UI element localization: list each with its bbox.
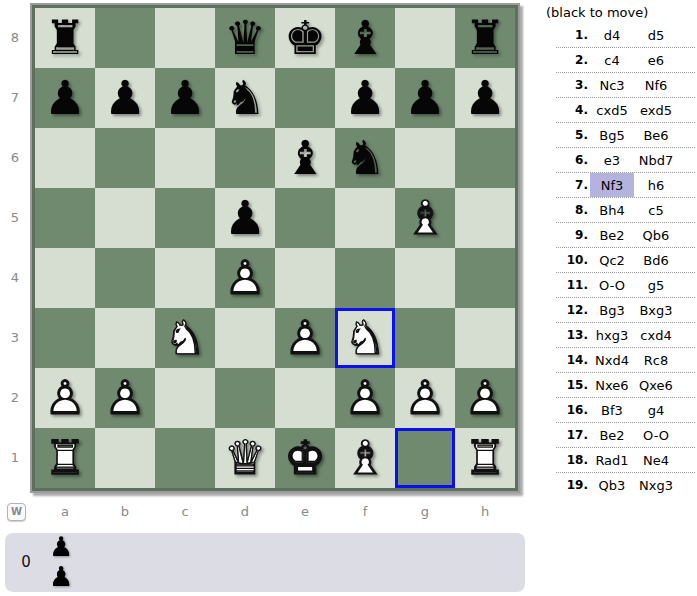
square-d4[interactable]: ♟♙ [215,248,275,308]
square-c2[interactable] [155,368,215,428]
file-label-a: a [35,503,95,521]
captured-white-pawn-icon: ♟♙ [43,562,79,592]
square-g7[interactable]: ♟ [395,68,455,128]
piece-white-rook-h1[interactable]: ♜♖ [455,428,515,488]
square-h7[interactable]: ♟ [455,68,515,128]
move-black-14[interactable]: Rc8 [636,348,676,372]
piece-white-pawn-d4[interactable]: ♟♙ [215,248,275,308]
square-d5[interactable]: ♟ [215,188,275,248]
square-h2[interactable]: ♟♙ [455,368,515,428]
move-number: 19. [556,473,588,497]
square-h4[interactable] [455,248,515,308]
square-h6[interactable] [455,128,515,188]
piece-white-pawn-a2[interactable]: ♟♙ [35,368,95,428]
square-c7[interactable]: ♟ [155,68,215,128]
move-row-3: 3.Nc3Nf6 [556,73,695,98]
piece-black-knight-d7[interactable]: ♞ [215,68,275,128]
square-d2[interactable] [215,368,275,428]
move-number: 7. [556,173,588,197]
square-a1[interactable]: ♜♖ [35,428,95,488]
move-number: 11. [556,273,588,297]
square-e8[interactable]: ♚ [275,8,335,68]
move-list: 1.d4d52.c4e63.Nc3Nf64.cxd5exd55.Bg5Be66.… [556,23,695,497]
move-row-16: 16.Bf3g4 [556,398,695,423]
rank-label-1: 1 [2,428,28,488]
move-white-17[interactable]: Be2 [590,423,634,447]
move-number: 8. [556,198,588,222]
piece-white-queen-d1[interactable]: ♛♕ [215,428,275,488]
move-black-13[interactable]: cxd4 [636,323,676,347]
square-a5[interactable] [35,188,95,248]
move-black-19[interactable]: Nxg3 [636,473,676,497]
piece-white-bishop-f1[interactable]: ♝♗ [335,428,395,488]
move-white-7[interactable]: Nf3 [590,173,634,197]
square-c3[interactable]: ♞♘ [155,308,215,368]
move-row-15: 15.Nxe6Qxe6 [556,373,695,398]
file-label-b: b [95,503,155,521]
rank-label-5: 5 [2,188,28,248]
square-h8[interactable]: ♜ [455,8,515,68]
move-number: 10. [556,248,588,272]
move-number: 6. [556,148,588,172]
square-d1[interactable]: ♛♕ [215,428,275,488]
file-label-d: d [215,503,275,521]
piece-black-pawn-h7[interactable]: ♟ [455,68,515,128]
move-black-2[interactable]: e6 [636,48,676,72]
square-f6[interactable]: ♞ [335,128,395,188]
board-frame: ♜♛♚♝♜♟♟♟♞♟♟♟♝♞♟♝♗♟♙♞♘♟♙♞♘♟♙♟♙♟♙♟♙♟♙♜♖♛♕♚… [30,3,520,493]
square-g6[interactable] [395,128,455,188]
material-score: 0 [15,553,37,571]
rank-label-8: 8 [2,8,28,68]
square-a2[interactable]: ♟♙ [35,368,95,428]
square-g1[interactable] [395,428,455,488]
piece-black-pawn-g7[interactable]: ♟ [395,68,455,128]
piece-white-pawn-h2[interactable]: ♟♙ [455,368,515,428]
move-black-9[interactable]: Qb6 [636,223,676,247]
piece-white-king-e1[interactable]: ♚♔ [275,428,335,488]
move-row-8: 8.Bh4c5 [556,198,695,223]
square-b6[interactable] [95,128,155,188]
square-d3[interactable] [215,308,275,368]
move-row-17: 17.Be2O-O [556,423,695,448]
move-number: 13. [556,323,588,347]
captured-black-pawn-icon: ♟ [43,532,79,562]
move-number: 3. [556,73,588,97]
square-e7[interactable] [275,68,335,128]
move-white-4[interactable]: cxd5 [590,98,634,122]
square-f3[interactable]: ♞♘ [335,308,395,368]
piece-white-knight-f3[interactable]: ♞♘ [335,308,395,368]
piece-white-pawn-f2[interactable]: ♟♙ [335,368,395,428]
piece-black-queen-d8[interactable]: ♛ [215,8,275,68]
square-c8[interactable] [155,8,215,68]
piece-black-bishop-f8[interactable]: ♝ [335,8,395,68]
move-black-3[interactable]: Nf6 [636,73,676,97]
rank-label-3: 3 [2,308,28,368]
move-white-5[interactable]: Bg5 [590,123,634,147]
move-black-4[interactable]: exd5 [636,98,676,122]
white-side-button[interactable]: W [7,503,26,521]
chess-app: 87654321 ♜♛♚♝♜♟♟♟♞♟♟♟♝♞♟♝♗♟♙♞♘♟♙♞♘♟♙♟♙♟♙… [0,0,697,596]
square-g2[interactable]: ♟♙ [395,368,455,428]
move-row-11: 11.O-Og5 [556,273,695,298]
square-f7[interactable]: ♟ [335,68,395,128]
move-row-2: 2.c4e6 [556,48,695,73]
move-white-15[interactable]: Nxe6 [590,373,634,397]
turn-caption: (black to move) [546,5,648,20]
file-label-h: h [455,503,515,521]
move-black-17[interactable]: O-O [636,423,676,447]
piece-black-pawn-d5[interactable]: ♟ [215,188,275,248]
move-number: 18. [556,448,588,472]
square-h1[interactable]: ♜♖ [455,428,515,488]
square-h3[interactable] [455,308,515,368]
square-a7[interactable]: ♟ [35,68,95,128]
file-label-g: g [395,503,455,521]
move-white-2[interactable]: c4 [590,48,634,72]
move-black-5[interactable]: Be6 [636,123,676,147]
move-white-11[interactable]: O-O [590,273,634,297]
move-white-3[interactable]: Nc3 [590,73,634,97]
square-c5[interactable] [155,188,215,248]
square-a8[interactable]: ♜ [35,8,95,68]
square-a3[interactable] [35,308,95,368]
square-e3[interactable]: ♟♙ [275,308,335,368]
rank-label-7: 7 [2,68,28,128]
piece-black-pawn-b7[interactable]: ♟ [95,68,155,128]
move-row-19: 19.Qb3Nxg3 [556,473,695,497]
move-black-1[interactable]: d5 [636,23,676,47]
rank-label-2: 2 [2,368,28,428]
move-row-13: 13.hxg3cxd4 [556,323,695,348]
move-row-18: 18.Rad1Ne4 [556,448,695,473]
move-black-10[interactable]: Bd6 [636,248,676,272]
square-b8[interactable] [95,8,155,68]
move-number: 4. [556,98,588,122]
file-label-e: e [275,503,335,521]
piece-white-pawn-e3[interactable]: ♟♙ [275,308,335,368]
move-number: 16. [556,398,588,422]
square-b5[interactable] [95,188,155,248]
move-number: 14. [556,348,588,372]
move-white-12[interactable]: Bg3 [590,298,634,322]
move-row-1: 1.d4d5 [556,23,695,48]
move-row-12: 12.Bg3Bxg3 [556,298,695,323]
square-f4[interactable] [335,248,395,308]
piece-white-pawn-g2[interactable]: ♟♙ [395,368,455,428]
move-number: 1. [556,23,588,47]
captured-pieces-tray: 0 ♟ ♟♙ [5,533,525,592]
piece-black-pawn-c7[interactable]: ♟ [155,68,215,128]
square-g4[interactable] [395,248,455,308]
square-f5[interactable] [335,188,395,248]
move-row-6: 6.e3Nbd7 [556,148,695,173]
move-row-9: 9.Be2Qb6 [556,223,695,248]
move-black-8[interactable]: c5 [636,198,676,222]
piece-black-king-e8[interactable]: ♚ [275,8,335,68]
move-black-11[interactable]: g5 [636,273,676,297]
square-b2[interactable]: ♟♙ [95,368,155,428]
move-white-8[interactable]: Bh4 [590,198,634,222]
move-white-18[interactable]: Rad1 [590,448,634,472]
piece-black-bishop-e6[interactable]: ♝ [275,128,335,188]
piece-white-knight-c3[interactable]: ♞♘ [155,308,215,368]
move-black-16[interactable]: g4 [636,398,676,422]
piece-black-pawn-a7[interactable]: ♟ [35,68,95,128]
move-white-14[interactable]: Nxd4 [590,348,634,372]
square-b1[interactable] [95,428,155,488]
move-number: 5. [556,123,588,147]
move-row-4: 4.cxd5exd5 [556,98,695,123]
rank-label-6: 6 [2,128,28,188]
move-row-7: 7.Nf3h6 [556,173,695,198]
move-number: 12. [556,298,588,322]
piece-black-knight-f6[interactable]: ♞ [335,128,395,188]
square-e1[interactable]: ♚♔ [275,428,335,488]
move-row-14: 14.Nxd4Rc8 [556,348,695,373]
move-number: 2. [556,48,588,72]
move-row-10: 10.Qc2Bd6 [556,248,695,273]
square-d6[interactable] [215,128,275,188]
square-g8[interactable] [395,8,455,68]
move-white-19[interactable]: Qb3 [590,473,634,497]
move-number: 17. [556,423,588,447]
square-c1[interactable] [155,428,215,488]
square-h5[interactable] [455,188,515,248]
move-white-1[interactable]: d4 [590,23,634,47]
square-g3[interactable] [395,308,455,368]
square-f1[interactable]: ♝♗ [335,428,395,488]
piece-black-rook-h8[interactable]: ♜ [455,8,515,68]
piece-black-pawn-f7[interactable]: ♟ [335,68,395,128]
chess-board: ♜♛♚♝♜♟♟♟♞♟♟♟♝♞♟♝♗♟♙♞♘♟♙♞♘♟♙♟♙♟♙♟♙♟♙♜♖♛♕♚… [35,8,515,488]
move-white-16[interactable]: Bf3 [590,398,634,422]
move-white-9[interactable]: Be2 [590,223,634,247]
move-number: 15. [556,373,588,397]
square-f2[interactable]: ♟♙ [335,368,395,428]
square-e6[interactable]: ♝ [275,128,335,188]
move-white-6[interactable]: e3 [590,148,634,172]
square-a6[interactable] [35,128,95,188]
square-b4[interactable] [95,248,155,308]
move-white-10[interactable]: Qc2 [590,248,634,272]
square-c4[interactable] [155,248,215,308]
move-black-15[interactable]: Qxe6 [636,373,676,397]
rank-label-4: 4 [2,248,28,308]
square-g5[interactable]: ♝♗ [395,188,455,248]
square-d7[interactable]: ♞ [215,68,275,128]
square-e4[interactable] [275,248,335,308]
move-white-13[interactable]: hxg3 [590,323,634,347]
square-e5[interactable] [275,188,335,248]
file-label-f: f [335,503,395,521]
move-number: 9. [556,223,588,247]
square-f8[interactable]: ♝ [335,8,395,68]
file-label-c: c [155,503,215,521]
piece-white-pawn-b2[interactable]: ♟♙ [95,368,155,428]
move-row-5: 5.Bg5Be6 [556,123,695,148]
move-black-18[interactable]: Ne4 [636,448,676,472]
piece-black-rook-a8[interactable]: ♜ [35,8,95,68]
square-b7[interactable]: ♟ [95,68,155,128]
square-e2[interactable] [275,368,335,428]
square-a4[interactable] [35,248,95,308]
piece-white-rook-a1[interactable]: ♜♖ [35,428,95,488]
square-d8[interactable]: ♛ [215,8,275,68]
move-black-7[interactable]: h6 [636,173,676,197]
move-black-12[interactable]: Bxg3 [636,298,676,322]
move-black-6[interactable]: Nbd7 [636,148,676,172]
square-b3[interactable] [95,308,155,368]
piece-white-bishop-g5[interactable]: ♝♗ [395,188,455,248]
square-c6[interactable] [155,128,215,188]
